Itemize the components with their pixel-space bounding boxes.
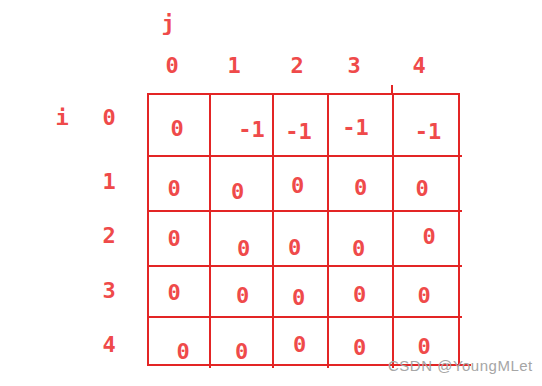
grid-cell-3-0: 0 xyxy=(149,267,211,318)
col-label-2: 2 xyxy=(286,54,308,78)
grid-cell-0-4: -1 xyxy=(394,95,462,157)
cell-value: 0 xyxy=(167,228,180,250)
cell-value: -1 xyxy=(238,119,265,141)
cell-value: 0 xyxy=(415,178,428,200)
grid-cell-4-3: 0 xyxy=(329,318,394,368)
cell-value: 0 xyxy=(167,178,180,200)
cell-value: 0 xyxy=(176,341,189,363)
col-label-4: 4 xyxy=(408,54,430,78)
grid-cell-4-2: 0 xyxy=(274,318,329,368)
grid-cell-1-1: 0 xyxy=(211,157,274,212)
cell-value: 0 xyxy=(231,181,244,203)
cell-value: -1 xyxy=(342,117,369,139)
row-label-1: 1 xyxy=(97,170,121,194)
cell-value: 0 xyxy=(237,238,250,260)
cell-value: 0 xyxy=(236,285,249,307)
cell-value: 0 xyxy=(170,118,183,140)
col-label-1: 1 xyxy=(223,54,245,78)
cell-value: 0 xyxy=(354,177,367,199)
col-label-3: 3 xyxy=(343,54,365,78)
cell-value: 0 xyxy=(417,285,430,307)
row-label-3: 3 xyxy=(97,279,121,303)
row-label-4: 4 xyxy=(97,333,121,357)
cell-value: 0 xyxy=(235,341,248,363)
cell-value: -1 xyxy=(415,121,442,143)
grid-cell-2-3: 0 xyxy=(329,212,394,267)
cell-value: 0 xyxy=(292,287,305,309)
grid-cell-3-2: 0 xyxy=(274,267,329,318)
cell-value: 0 xyxy=(293,334,306,356)
cell-value: -1 xyxy=(285,121,312,143)
hand-drawn-line-overshoot-top xyxy=(391,85,393,93)
cell-value: 0 xyxy=(353,284,366,306)
row-label-0: 0 xyxy=(97,106,121,130)
grid-cell-4-0: 0 xyxy=(149,318,211,368)
cell-value: 0 xyxy=(353,337,366,359)
grid-cell-0-3: -1 xyxy=(329,95,394,157)
grid-cell-3-1: 0 xyxy=(211,267,274,318)
col-label-0: 0 xyxy=(161,54,183,78)
grid-cell-2-4: 0 xyxy=(394,212,462,267)
row-axis-label: i xyxy=(51,106,73,130)
grid-cell-0-2: -1 xyxy=(274,95,329,157)
grid-cell-2-0: 0 xyxy=(149,212,211,267)
grid-cell-0-1: -1 xyxy=(211,95,274,157)
cell-value: 0 xyxy=(291,175,304,197)
grid-cell-1-2: 0 xyxy=(274,157,329,212)
cell-value: 0 xyxy=(422,226,435,248)
grid-cell-3-3: 0 xyxy=(329,267,394,318)
grid-cell-2-2: 0 xyxy=(274,212,329,267)
grid-cell-1-0: 0 xyxy=(149,157,211,212)
watermark: CSDN @YoungMLet xyxy=(388,357,533,374)
cell-value: 0 xyxy=(167,282,180,304)
dp-table-diagram: j i 0 1 2 3 4 0 1 2 3 4 0 -1 -1 -1 -1 0 … xyxy=(0,0,542,386)
grid-cell-3-4: 0 xyxy=(394,267,462,318)
grid-board: 0 -1 -1 -1 -1 0 0 0 0 0 0 0 0 0 0 0 0 0 … xyxy=(147,93,460,366)
grid-cell-1-4: 0 xyxy=(394,157,462,212)
col-axis-label: j xyxy=(157,12,179,36)
grid-cell-2-1: 0 xyxy=(211,212,274,267)
cell-value: 0 xyxy=(417,336,430,358)
row-label-2: 2 xyxy=(97,224,121,248)
grid-cell-1-3: 0 xyxy=(329,157,394,212)
cell-value: 0 xyxy=(288,237,301,259)
grid-cell-4-1: 0 xyxy=(211,318,274,368)
cell-value: 0 xyxy=(352,238,365,260)
grid-cell-0-0: 0 xyxy=(149,95,211,157)
